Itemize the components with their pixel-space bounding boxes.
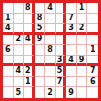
cell-r4c9[interactable] (87, 35, 98, 46)
cell-r3c6[interactable] (56, 24, 67, 35)
cell-r5c8[interactable] (77, 45, 88, 56)
cell-r9c7[interactable]: 9 (66, 87, 77, 98)
cell-r1c1[interactable] (3, 3, 14, 14)
cell-r8c8[interactable] (77, 77, 88, 88)
cell-r1c9[interactable] (87, 3, 98, 14)
cell-r9c1[interactable] (3, 87, 14, 98)
cell-r2c4[interactable]: 8 (35, 14, 46, 25)
cell-r8c2[interactable] (14, 77, 25, 88)
cell-r5c5[interactable]: 8 (45, 45, 56, 56)
cell-r9c2[interactable]: 5 (14, 87, 25, 98)
cell-r9c9[interactable] (87, 87, 98, 98)
cell-r9c6[interactable] (56, 87, 67, 98)
cell-r6c5[interactable] (45, 56, 56, 67)
cell-r7c6[interactable]: 5 (56, 66, 67, 77)
cell-r3c9[interactable] (87, 24, 98, 35)
cell-r7c8[interactable] (77, 66, 88, 77)
cell-r7c4[interactable] (35, 66, 46, 77)
cell-r4c6[interactable] (56, 35, 67, 46)
cell-r5c6[interactable] (56, 45, 67, 56)
cell-r2c3[interactable] (24, 14, 35, 25)
cell-r3c4[interactable]: 5 (35, 24, 46, 35)
cell-r6c8[interactable]: 9 (77, 56, 88, 67)
cell-r6c3[interactable] (24, 56, 35, 67)
cell-r2c6[interactable] (56, 14, 67, 25)
cell-r5c9[interactable]: 1 (87, 45, 98, 56)
cell-r1c5[interactable]: 4 (45, 3, 56, 14)
cell-r5c1[interactable]: 6 (3, 45, 14, 56)
cell-r4c2[interactable]: 2 (14, 35, 25, 46)
cell-r2c5[interactable] (45, 14, 56, 25)
cell-r5c4[interactable] (35, 45, 46, 56)
cell-r8c6[interactable]: 7 (56, 77, 67, 88)
cell-r1c8[interactable]: 1 (77, 3, 88, 14)
cell-r7c1[interactable] (3, 66, 14, 77)
cell-r8c9[interactable]: 6 (87, 77, 98, 88)
cell-r9c4[interactable] (35, 87, 46, 98)
cell-r2c7[interactable]: 7 (66, 14, 77, 25)
cell-r8c7[interactable] (66, 77, 77, 88)
cell-r2c9[interactable] (87, 14, 98, 25)
cell-r3c7[interactable]: 3 (66, 24, 77, 35)
cell-r9c8[interactable] (77, 87, 88, 98)
cell-r7c9[interactable]: 7 (87, 66, 98, 77)
cell-r5c3[interactable] (24, 45, 35, 56)
cell-r6c1[interactable] (3, 56, 14, 67)
cell-r7c2[interactable]: 4 (14, 66, 25, 77)
cell-r9c3[interactable] (24, 87, 35, 98)
cell-r9c5[interactable]: 2 (45, 87, 56, 98)
cell-r8c1[interactable] (3, 77, 14, 88)
cell-r6c6[interactable]: 3 (56, 56, 67, 67)
cell-r3c2[interactable] (14, 24, 25, 35)
cell-r8c3[interactable]: 1 (24, 77, 35, 88)
cell-r5c7[interactable] (66, 45, 77, 56)
cell-r6c9[interactable] (87, 56, 98, 67)
cell-r4c7[interactable] (66, 35, 77, 46)
cell-r7c3[interactable]: 2 (24, 66, 35, 77)
cell-r1c3[interactable]: 8 (24, 3, 35, 14)
cell-r3c3[interactable] (24, 24, 35, 35)
cell-r5c2[interactable] (14, 45, 25, 56)
cell-r2c2[interactable] (14, 14, 25, 25)
cell-r4c4[interactable]: 9 (35, 35, 46, 46)
cell-r3c1[interactable]: 4 (3, 24, 14, 35)
cell-r7c5[interactable] (45, 66, 56, 77)
cell-r7c7[interactable] (66, 66, 77, 77)
cell-r1c6[interactable] (56, 3, 67, 14)
cell-r4c5[interactable] (45, 35, 56, 46)
cell-r8c4[interactable] (35, 77, 46, 88)
cell-r3c5[interactable] (45, 24, 56, 35)
sudoku-board: 84118745322496813494257176529 (0, 0, 101, 101)
cell-r2c8[interactable] (77, 14, 88, 25)
cell-r2c1[interactable]: 1 (3, 14, 14, 25)
cell-r4c8[interactable] (77, 35, 88, 46)
cell-r1c4[interactable] (35, 3, 46, 14)
cell-r6c2[interactable] (14, 56, 25, 67)
cell-r4c1[interactable] (3, 35, 14, 46)
cell-r6c4[interactable] (35, 56, 46, 67)
cell-r6c7[interactable]: 4 (66, 56, 77, 67)
cell-r3c8[interactable]: 2 (77, 24, 88, 35)
cell-r1c7[interactable] (66, 3, 77, 14)
cell-r8c5[interactable] (45, 77, 56, 88)
cell-r4c3[interactable]: 4 (24, 35, 35, 46)
cell-r1c2[interactable] (14, 3, 25, 14)
